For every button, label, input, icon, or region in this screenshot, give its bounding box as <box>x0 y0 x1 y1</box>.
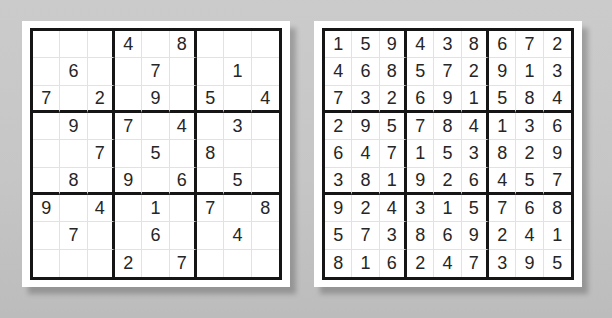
puzzle-cell-r4c2: 9 <box>60 113 87 140</box>
solution-cell-r8c1: 5 <box>325 222 352 249</box>
puzzle-cell-r9c6: 7 <box>170 250 197 277</box>
solution-cell-r6c8: 5 <box>516 168 543 195</box>
puzzle-cell-r1c4: 4 <box>115 31 142 58</box>
solution-cell-r3c4: 6 <box>407 86 434 113</box>
solution-cell-r1c8: 7 <box>516 31 543 58</box>
solution-cell-r3c6: 1 <box>462 86 489 113</box>
puzzle-cell-r8c4 <box>115 222 142 249</box>
puzzle-cell-r4c4: 7 <box>115 113 142 140</box>
puzzle-grid: 4867172954974375889659417876427 <box>30 28 282 280</box>
puzzle-cell-r6c7 <box>197 168 224 195</box>
puzzle-cell-r4c1 <box>33 113 60 140</box>
puzzle-cell-r7c7: 7 <box>197 195 224 222</box>
solution-cell-r5c2: 4 <box>352 140 379 167</box>
solution-cell-r8c9: 1 <box>544 222 571 249</box>
solution-cell-r2c8: 1 <box>516 58 543 85</box>
solution-cell-r7c2: 2 <box>352 195 379 222</box>
solution-cell-r7c4: 3 <box>407 195 434 222</box>
solution-cell-r1c6: 8 <box>462 31 489 58</box>
puzzle-cell-r8c8: 4 <box>224 222 251 249</box>
puzzle-cell-r6c6: 6 <box>170 168 197 195</box>
puzzle-cell-r2c5: 7 <box>142 58 169 85</box>
solution-cell-r4c5: 8 <box>434 113 461 140</box>
solution-cell-r2c1: 4 <box>325 58 352 85</box>
puzzle-cell-r5c6 <box>170 140 197 167</box>
solution-cell-r3c1: 7 <box>325 86 352 113</box>
solution-cell-r4c2: 9 <box>352 113 379 140</box>
solution-cell-r4c4: 7 <box>407 113 434 140</box>
solution-cell-r4c9: 6 <box>544 113 571 140</box>
solution-cell-r9c8: 9 <box>516 250 543 277</box>
solution-cell-r2c5: 7 <box>434 58 461 85</box>
puzzle-cell-r9c7 <box>197 250 224 277</box>
puzzle-cell-r7c3: 4 <box>88 195 115 222</box>
puzzle-cell-r6c2: 8 <box>60 168 87 195</box>
puzzle-cell-r4c8: 3 <box>224 113 251 140</box>
puzzle-cell-r8c5: 6 <box>142 222 169 249</box>
puzzle-cell-r1c3 <box>88 31 115 58</box>
solution-cell-r8c3: 3 <box>380 222 407 249</box>
solution-cell-r5c3: 7 <box>380 140 407 167</box>
solution-cell-r9c2: 1 <box>352 250 379 277</box>
puzzle-cell-r1c2 <box>60 31 87 58</box>
solution-cell-r2c4: 5 <box>407 58 434 85</box>
puzzle-cell-r6c1 <box>33 168 60 195</box>
canvas-background: 4867172954974375889659417876427 15943867… <box>0 0 612 318</box>
solution-cell-r1c2: 5 <box>352 31 379 58</box>
solution-cell-r2c9: 3 <box>544 58 571 85</box>
solution-cell-r6c1: 3 <box>325 168 352 195</box>
puzzle-cell-r6c4: 9 <box>115 168 142 195</box>
solution-cell-r6c6: 6 <box>462 168 489 195</box>
puzzle-cell-r2c7 <box>197 58 224 85</box>
solution-cell-r9c4: 2 <box>407 250 434 277</box>
puzzle-cell-r1c9 <box>252 31 279 58</box>
puzzle-cell-r8c3 <box>88 222 115 249</box>
puzzle-cell-r3c1: 7 <box>33 86 60 113</box>
puzzle-cell-r4c6: 4 <box>170 113 197 140</box>
solution-cell-r6c7: 4 <box>489 168 516 195</box>
solution-cell-r1c3: 9 <box>380 31 407 58</box>
puzzle-cell-r3c9: 4 <box>252 86 279 113</box>
solution-cell-r1c5: 3 <box>434 31 461 58</box>
solution-cell-r6c9: 7 <box>544 168 571 195</box>
solution-cell-r4c8: 3 <box>516 113 543 140</box>
puzzle-cell-r1c1 <box>33 31 60 58</box>
solution-cell-r5c7: 8 <box>489 140 516 167</box>
puzzle-cell-r6c3 <box>88 168 115 195</box>
puzzle-cell-r2c8: 1 <box>224 58 251 85</box>
puzzle-cell-r6c8: 5 <box>224 168 251 195</box>
puzzle-cell-r8c6 <box>170 222 197 249</box>
solution-cell-r4c6: 4 <box>462 113 489 140</box>
puzzle-cell-r5c8 <box>224 140 251 167</box>
solution-cell-r3c2: 3 <box>352 86 379 113</box>
solution-cell-r3c8: 8 <box>516 86 543 113</box>
puzzle-cell-r3c4 <box>115 86 142 113</box>
puzzle-cell-r9c8 <box>224 250 251 277</box>
solution-cell-r8c4: 8 <box>407 222 434 249</box>
solution-cell-r7c6: 5 <box>462 195 489 222</box>
solution-cell-r8c5: 6 <box>434 222 461 249</box>
solution-cell-r8c2: 7 <box>352 222 379 249</box>
puzzle-cell-r9c3 <box>88 250 115 277</box>
puzzle-cell-r8c9 <box>252 222 279 249</box>
puzzle-cell-r1c8 <box>224 31 251 58</box>
solution-cell-r6c2: 8 <box>352 168 379 195</box>
puzzle-cell-r9c9 <box>252 250 279 277</box>
solution-cell-r5c4: 1 <box>407 140 434 167</box>
puzzle-cell-r2c3 <box>88 58 115 85</box>
puzzle-cell-r4c3 <box>88 113 115 140</box>
solution-cell-r7c7: 7 <box>489 195 516 222</box>
puzzle-cell-r9c1 <box>33 250 60 277</box>
puzzle-cell-r6c9 <box>252 168 279 195</box>
solution-card: 1594386724685729137326915842957841366471… <box>314 21 582 287</box>
solution-cell-r8c8: 4 <box>516 222 543 249</box>
puzzle-cell-r3c2 <box>60 86 87 113</box>
puzzle-cell-r7c1: 9 <box>33 195 60 222</box>
puzzle-cell-r3c8 <box>224 86 251 113</box>
puzzle-cell-r7c8 <box>224 195 251 222</box>
puzzle-cell-r9c4: 2 <box>115 250 142 277</box>
puzzle-cell-r1c6: 8 <box>170 31 197 58</box>
puzzle-cell-r9c2 <box>60 250 87 277</box>
puzzle-cell-r1c5 <box>142 31 169 58</box>
solution-cell-r6c5: 2 <box>434 168 461 195</box>
puzzle-cell-r3c3: 2 <box>88 86 115 113</box>
puzzle-cell-r2c9 <box>252 58 279 85</box>
puzzle-cell-r8c1 <box>33 222 60 249</box>
puzzle-cell-r8c7 <box>197 222 224 249</box>
puzzle-cell-r7c2 <box>60 195 87 222</box>
puzzle-cell-r7c5: 1 <box>142 195 169 222</box>
puzzle-cell-r8c2: 7 <box>60 222 87 249</box>
solution-cell-r5c9: 9 <box>544 140 571 167</box>
solution-cell-r4c1: 2 <box>325 113 352 140</box>
puzzle-cell-r3c5: 9 <box>142 86 169 113</box>
solution-cell-r3c7: 5 <box>489 86 516 113</box>
puzzle-cell-r2c1 <box>33 58 60 85</box>
puzzle-cell-r5c1 <box>33 140 60 167</box>
solution-cell-r9c5: 4 <box>434 250 461 277</box>
puzzle-cell-r7c9: 8 <box>252 195 279 222</box>
solution-cell-r5c1: 6 <box>325 140 352 167</box>
solution-cell-r9c7: 3 <box>489 250 516 277</box>
solution-cell-r1c1: 1 <box>325 31 352 58</box>
puzzle-cell-r2c6 <box>170 58 197 85</box>
puzzle-cell-r4c7 <box>197 113 224 140</box>
solution-cell-r5c6: 3 <box>462 140 489 167</box>
puzzle-cell-r5c3: 7 <box>88 140 115 167</box>
puzzle-cell-r7c4 <box>115 195 142 222</box>
solution-cell-r1c4: 4 <box>407 31 434 58</box>
solution-cell-r9c1: 8 <box>325 250 352 277</box>
puzzle-cell-r2c2: 6 <box>60 58 87 85</box>
puzzle-cell-r3c7: 5 <box>197 86 224 113</box>
puzzle-cell-r2c4 <box>115 58 142 85</box>
solution-cell-r3c9: 4 <box>544 86 571 113</box>
solution-cell-r7c5: 1 <box>434 195 461 222</box>
puzzle-cell-r4c5 <box>142 113 169 140</box>
puzzle-cell-r5c7: 8 <box>197 140 224 167</box>
puzzle-cell-r1c7 <box>197 31 224 58</box>
solution-cell-r9c9: 5 <box>544 250 571 277</box>
solution-cell-r8c7: 2 <box>489 222 516 249</box>
solution-cell-r1c7: 6 <box>489 31 516 58</box>
solution-cell-r2c2: 6 <box>352 58 379 85</box>
solution-cell-r9c3: 6 <box>380 250 407 277</box>
solution-cell-r4c3: 5 <box>380 113 407 140</box>
solution-cell-r7c9: 8 <box>544 195 571 222</box>
solution-grid: 1594386724685729137326915842957841366471… <box>322 28 574 280</box>
solution-cell-r3c5: 9 <box>434 86 461 113</box>
puzzle-cell-r4c9 <box>252 113 279 140</box>
solution-cell-r8c6: 9 <box>462 222 489 249</box>
solution-cell-r3c3: 2 <box>380 86 407 113</box>
solution-cell-r9c6: 7 <box>462 250 489 277</box>
solution-cell-r2c7: 9 <box>489 58 516 85</box>
puzzle-cell-r5c5: 5 <box>142 140 169 167</box>
solution-cell-r5c5: 5 <box>434 140 461 167</box>
puzzle-cell-r6c5 <box>142 168 169 195</box>
solution-cell-r6c3: 1 <box>380 168 407 195</box>
solution-cell-r7c1: 9 <box>325 195 352 222</box>
solution-cell-r5c8: 2 <box>516 140 543 167</box>
solution-cell-r7c3: 4 <box>380 195 407 222</box>
puzzle-cell-r5c9 <box>252 140 279 167</box>
solution-cell-r2c6: 2 <box>462 58 489 85</box>
puzzle-cell-r7c6 <box>170 195 197 222</box>
solution-cell-r2c3: 8 <box>380 58 407 85</box>
puzzle-cell-r5c4 <box>115 140 142 167</box>
puzzle-cell-r3c6 <box>170 86 197 113</box>
puzzle-cell-r9c5 <box>142 250 169 277</box>
solution-cell-r1c9: 2 <box>544 31 571 58</box>
solution-cell-r4c7: 1 <box>489 113 516 140</box>
solution-cell-r7c8: 6 <box>516 195 543 222</box>
puzzle-card: 4867172954974375889659417876427 <box>22 21 290 287</box>
puzzle-cell-r5c2 <box>60 140 87 167</box>
solution-cell-r6c4: 9 <box>407 168 434 195</box>
